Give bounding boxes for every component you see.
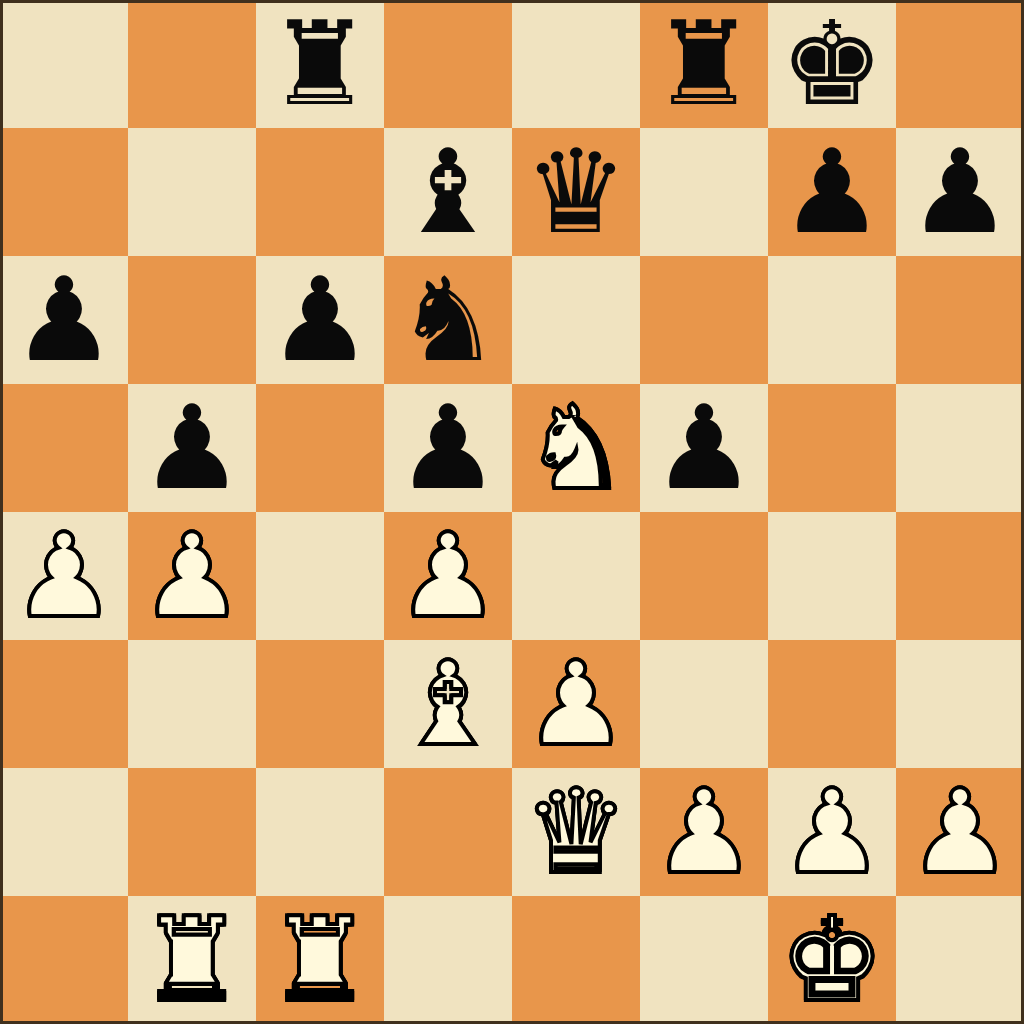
square-f7[interactable] [640,128,768,256]
square-g2[interactable]: ♟ [768,768,896,896]
square-c2[interactable] [256,768,384,896]
piece-white-king: ♚ [780,902,884,1018]
piece-white-pawn: ♟ [396,518,500,634]
square-g7[interactable]: ♟ [768,128,896,256]
piece-black-queen: ♛ [524,134,628,250]
piece-black-pawn: ♟ [780,134,884,250]
square-g4[interactable] [768,512,896,640]
square-c6[interactable]: ♟ [256,256,384,384]
square-g8[interactable]: ♚ [768,0,896,128]
square-a3[interactable] [0,640,128,768]
chess-board-container: ♜♜♚♝♛♟♟♟♟♞♟♟♞♟♟♟♟♝♟♛♟♟♟♜♜♚ [0,0,1024,1024]
piece-black-pawn: ♟ [396,390,500,506]
piece-white-pawn: ♟ [780,774,884,890]
square-e4[interactable] [512,512,640,640]
piece-white-pawn: ♟ [140,518,244,634]
square-f1[interactable] [640,896,768,1024]
square-c5[interactable] [256,384,384,512]
piece-white-rook: ♜ [140,902,244,1018]
square-c7[interactable] [256,128,384,256]
square-a2[interactable] [0,768,128,896]
square-e5[interactable]: ♞ [512,384,640,512]
square-d5[interactable]: ♟ [384,384,512,512]
square-e8[interactable] [512,0,640,128]
square-h2[interactable]: ♟ [896,768,1024,896]
piece-white-pawn: ♟ [908,774,1012,890]
square-f3[interactable] [640,640,768,768]
square-a5[interactable] [0,384,128,512]
square-f4[interactable] [640,512,768,640]
square-a4[interactable]: ♟ [0,512,128,640]
square-h7[interactable]: ♟ [896,128,1024,256]
square-a7[interactable] [0,128,128,256]
square-b6[interactable] [128,256,256,384]
piece-black-knight: ♞ [396,262,500,378]
piece-white-pawn: ♟ [652,774,756,890]
square-f5[interactable]: ♟ [640,384,768,512]
square-d4[interactable]: ♟ [384,512,512,640]
square-h6[interactable] [896,256,1024,384]
square-d3[interactable]: ♝ [384,640,512,768]
piece-white-pawn: ♟ [12,518,116,634]
square-g3[interactable] [768,640,896,768]
square-b7[interactable] [128,128,256,256]
piece-black-pawn: ♟ [12,262,116,378]
square-b2[interactable] [128,768,256,896]
square-d2[interactable] [384,768,512,896]
piece-white-rook: ♜ [268,902,372,1018]
square-c8[interactable]: ♜ [256,0,384,128]
square-h8[interactable] [896,0,1024,128]
square-d7[interactable]: ♝ [384,128,512,256]
square-a8[interactable] [0,0,128,128]
square-d6[interactable]: ♞ [384,256,512,384]
piece-white-queen: ♛ [524,774,628,890]
piece-black-pawn: ♟ [652,390,756,506]
square-d8[interactable] [384,0,512,128]
piece-black-pawn: ♟ [268,262,372,378]
piece-black-king: ♚ [780,6,884,122]
square-f2[interactable]: ♟ [640,768,768,896]
square-c3[interactable] [256,640,384,768]
square-a1[interactable] [0,896,128,1024]
square-h3[interactable] [896,640,1024,768]
square-e3[interactable]: ♟ [512,640,640,768]
chess-board: ♜♜♚♝♛♟♟♟♟♞♟♟♞♟♟♟♟♝♟♛♟♟♟♜♜♚ [0,0,1024,1024]
piece-black-pawn: ♟ [908,134,1012,250]
piece-white-bishop: ♝ [396,646,500,762]
square-b3[interactable] [128,640,256,768]
square-g1[interactable]: ♚ [768,896,896,1024]
square-b5[interactable]: ♟ [128,384,256,512]
piece-black-bishop: ♝ [396,134,500,250]
square-e1[interactable] [512,896,640,1024]
piece-black-rook: ♜ [652,6,756,122]
square-g6[interactable] [768,256,896,384]
square-f6[interactable] [640,256,768,384]
piece-white-pawn: ♟ [524,646,628,762]
piece-white-knight: ♞ [524,390,628,506]
square-c1[interactable]: ♜ [256,896,384,1024]
square-b4[interactable]: ♟ [128,512,256,640]
square-b1[interactable]: ♜ [128,896,256,1024]
square-e2[interactable]: ♛ [512,768,640,896]
square-h4[interactable] [896,512,1024,640]
square-h1[interactable] [896,896,1024,1024]
square-h5[interactable] [896,384,1024,512]
square-f8[interactable]: ♜ [640,0,768,128]
square-e7[interactable]: ♛ [512,128,640,256]
square-g5[interactable] [768,384,896,512]
square-b8[interactable] [128,0,256,128]
square-e6[interactable] [512,256,640,384]
square-d1[interactable] [384,896,512,1024]
piece-black-rook: ♜ [268,6,372,122]
piece-black-pawn: ♟ [140,390,244,506]
square-c4[interactable] [256,512,384,640]
square-a6[interactable]: ♟ [0,256,128,384]
